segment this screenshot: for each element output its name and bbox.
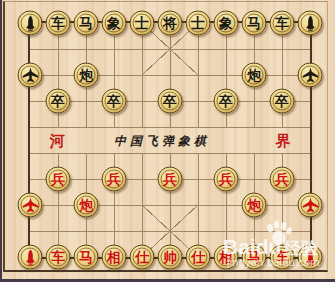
piece-character: 仕	[191, 250, 205, 264]
piece-character: 炮	[79, 68, 93, 82]
piece-character: 马	[79, 250, 93, 264]
piece-character: 卒	[107, 94, 121, 108]
airplane-icon	[21, 66, 39, 84]
black-horse-piece[interactable]: 马	[242, 11, 267, 36]
piece-character: 马	[247, 16, 261, 30]
red-cannon-piece[interactable]: 炮	[74, 193, 99, 218]
black-horse-piece[interactable]: 马	[74, 11, 99, 36]
piece-character: 卒	[163, 94, 177, 108]
red-soldier-piece[interactable]: 兵	[270, 167, 295, 192]
river-label-left: 河	[42, 132, 72, 151]
river-title: 中国飞弹象棋	[104, 133, 220, 150]
black-soldier-piece[interactable]: 卒	[214, 89, 239, 114]
red-rocket-piece[interactable]	[18, 245, 43, 270]
piece-character: 车	[51, 250, 65, 264]
black-chariot-piece[interactable]: 车	[270, 11, 295, 36]
red-soldier-piece[interactable]: 兵	[214, 167, 239, 192]
rocket-icon	[21, 14, 39, 32]
black-advisor-piece[interactable]: 士	[186, 11, 211, 36]
black-soldier-piece[interactable]: 卒	[102, 89, 127, 114]
piece-character: 仕	[135, 250, 149, 264]
black-cannon-piece[interactable]: 炮	[242, 63, 267, 88]
airplane-icon	[21, 196, 39, 214]
piece-character: 车	[51, 16, 65, 30]
river-label-right: 界	[268, 132, 298, 151]
piece-character: 炮	[79, 198, 93, 212]
black-airplane-piece[interactable]	[18, 63, 43, 88]
piece-character: 相	[107, 250, 121, 264]
piece-character: 兵	[219, 172, 233, 186]
black-soldier-piece[interactable]: 卒	[270, 89, 295, 114]
piece-character: 将	[163, 16, 177, 30]
piece-character: 车	[275, 16, 289, 30]
black-airplane-piece[interactable]	[298, 63, 323, 88]
piece-character: 炮	[247, 198, 261, 212]
red-cannon-piece[interactable]: 炮	[242, 193, 267, 218]
black-elephant-piece[interactable]: 象	[214, 11, 239, 36]
red-horse-piece[interactable]: 马	[74, 245, 99, 270]
piece-character: 兵	[51, 172, 65, 186]
piece-character: 象	[107, 16, 121, 30]
piece-character: 炮	[247, 68, 261, 82]
black-cannon-piece[interactable]: 炮	[74, 63, 99, 88]
piece-character: 卒	[219, 94, 233, 108]
black-general-piece[interactable]: 将	[158, 11, 183, 36]
piece-character: 帅	[163, 250, 177, 264]
piece-character: 士	[191, 16, 205, 30]
rocket-icon	[301, 14, 319, 32]
rocket-icon	[21, 248, 39, 266]
red-airplane-piece[interactable]	[298, 193, 323, 218]
piece-character: 兵	[275, 172, 289, 186]
black-rocket-piece[interactable]	[18, 11, 43, 36]
piece-character: 卒	[275, 94, 289, 108]
xiangqi-board: 河 中国飞弹象棋 界 车马象士将士象马车炮炮卒卒卒卒卒兵兵兵兵兵炮炮车马相仕帅仕…	[0, 0, 335, 282]
red-chariot-piece[interactable]: 车	[46, 245, 71, 270]
black-soldier-piece[interactable]: 卒	[46, 89, 71, 114]
piece-character: 士	[135, 16, 149, 30]
red-general-piece[interactable]: 帅	[158, 245, 183, 270]
piece-character: 卒	[51, 94, 65, 108]
black-advisor-piece[interactable]: 士	[130, 11, 155, 36]
baidu-url-text: jingyan.baidu.com	[227, 256, 320, 268]
black-elephant-piece[interactable]: 象	[102, 11, 127, 36]
piece-character: 象	[219, 16, 233, 30]
red-airplane-piece[interactable]	[18, 193, 43, 218]
black-soldier-piece[interactable]: 卒	[158, 89, 183, 114]
baidu-brand-text: Baidu	[223, 235, 281, 258]
airplane-icon	[301, 196, 319, 214]
piece-character: 兵	[163, 172, 177, 186]
black-rocket-piece[interactable]	[298, 11, 323, 36]
piece-character: 兵	[107, 172, 121, 186]
red-soldier-piece[interactable]: 兵	[46, 167, 71, 192]
red-elephant-piece[interactable]: 相	[102, 245, 127, 270]
red-soldier-piece[interactable]: 兵	[102, 167, 127, 192]
airplane-icon	[301, 66, 319, 84]
red-advisor-piece[interactable]: 仕	[130, 245, 155, 270]
red-soldier-piece[interactable]: 兵	[158, 167, 183, 192]
black-chariot-piece[interactable]: 车	[46, 11, 71, 36]
piece-character: 马	[79, 16, 93, 30]
red-advisor-piece[interactable]: 仕	[186, 245, 211, 270]
